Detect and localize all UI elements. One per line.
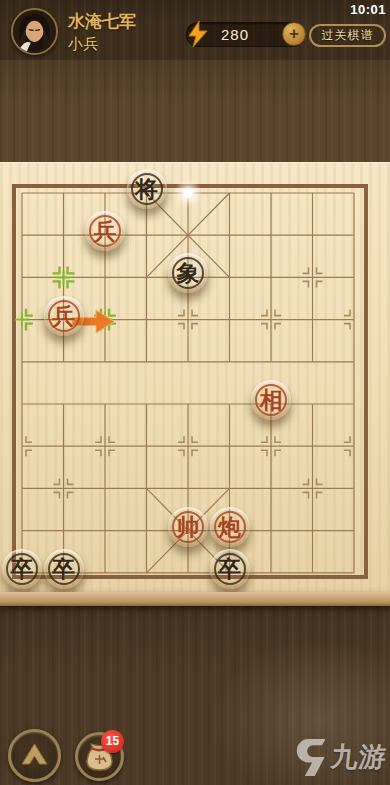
lightning-icon bbox=[183, 19, 213, 49]
piece-character: 卒 bbox=[210, 549, 250, 589]
header-bar: 水淹七军 小兵 280 + 过关棋谱 10:01 bbox=[0, 0, 390, 60]
piece-red-兵[interactable]: 兵 bbox=[44, 296, 84, 336]
piece-character: 炮 bbox=[210, 507, 250, 547]
glow-dot bbox=[174, 179, 202, 207]
piece-black-象[interactable]: 象 bbox=[168, 253, 208, 293]
piece-character: 帅 bbox=[168, 507, 208, 547]
level-info: 水淹七军 小兵 bbox=[68, 13, 136, 51]
warrior-portrait-icon bbox=[13, 10, 56, 53]
piece-character: 将 bbox=[127, 169, 167, 209]
piece-character: 兵 bbox=[44, 296, 84, 336]
watermark-text: 九游 bbox=[329, 739, 389, 775]
9game-logo-icon bbox=[295, 737, 331, 777]
puzzle-records-button[interactable]: 过关棋谱 bbox=[309, 24, 386, 47]
energy-value: 280 bbox=[221, 26, 249, 43]
collapse-menu-button[interactable] bbox=[8, 729, 61, 782]
watermark: 九游 bbox=[295, 737, 387, 777]
level-title: 水淹七军 bbox=[68, 13, 136, 30]
piece-black-卒[interactable]: 卒 bbox=[210, 549, 250, 589]
piece-character: 相 bbox=[251, 380, 291, 420]
piece-black-卒[interactable]: 卒 bbox=[44, 549, 84, 589]
avatar[interactable] bbox=[11, 8, 58, 55]
piece-character: 兵 bbox=[85, 211, 125, 251]
xiangqi-app-screen: { "game": "xiangqi", "status": { "time":… bbox=[0, 0, 390, 785]
add-energy-button[interactable]: + bbox=[282, 22, 306, 46]
chevron-up-icon bbox=[11, 732, 58, 779]
xiangqi-board[interactable]: 将兵象兵相帅炮卒卒卒 bbox=[0, 163, 390, 592]
piece-black-将[interactable]: 将 bbox=[127, 169, 167, 209]
piece-red-相[interactable]: 相 bbox=[251, 380, 291, 420]
piece-character: 卒 bbox=[2, 549, 42, 589]
board-front-edge bbox=[0, 592, 390, 606]
hint-count-badge: 15 bbox=[101, 730, 124, 753]
level-subtitle: 小兵 bbox=[68, 36, 136, 51]
clock-time: 10:01 bbox=[350, 2, 386, 17]
upper-wood-background bbox=[0, 60, 390, 163]
piece-black-卒[interactable]: 卒 bbox=[2, 549, 42, 589]
energy-counter: 280 + bbox=[186, 22, 305, 47]
piece-red-兵[interactable]: 兵 bbox=[85, 211, 125, 251]
piece-character: 象 bbox=[168, 253, 208, 293]
piece-red-帅[interactable]: 帅 bbox=[168, 507, 208, 547]
piece-red-炮[interactable]: 炮 bbox=[210, 507, 250, 547]
piece-character: 卒 bbox=[44, 549, 84, 589]
